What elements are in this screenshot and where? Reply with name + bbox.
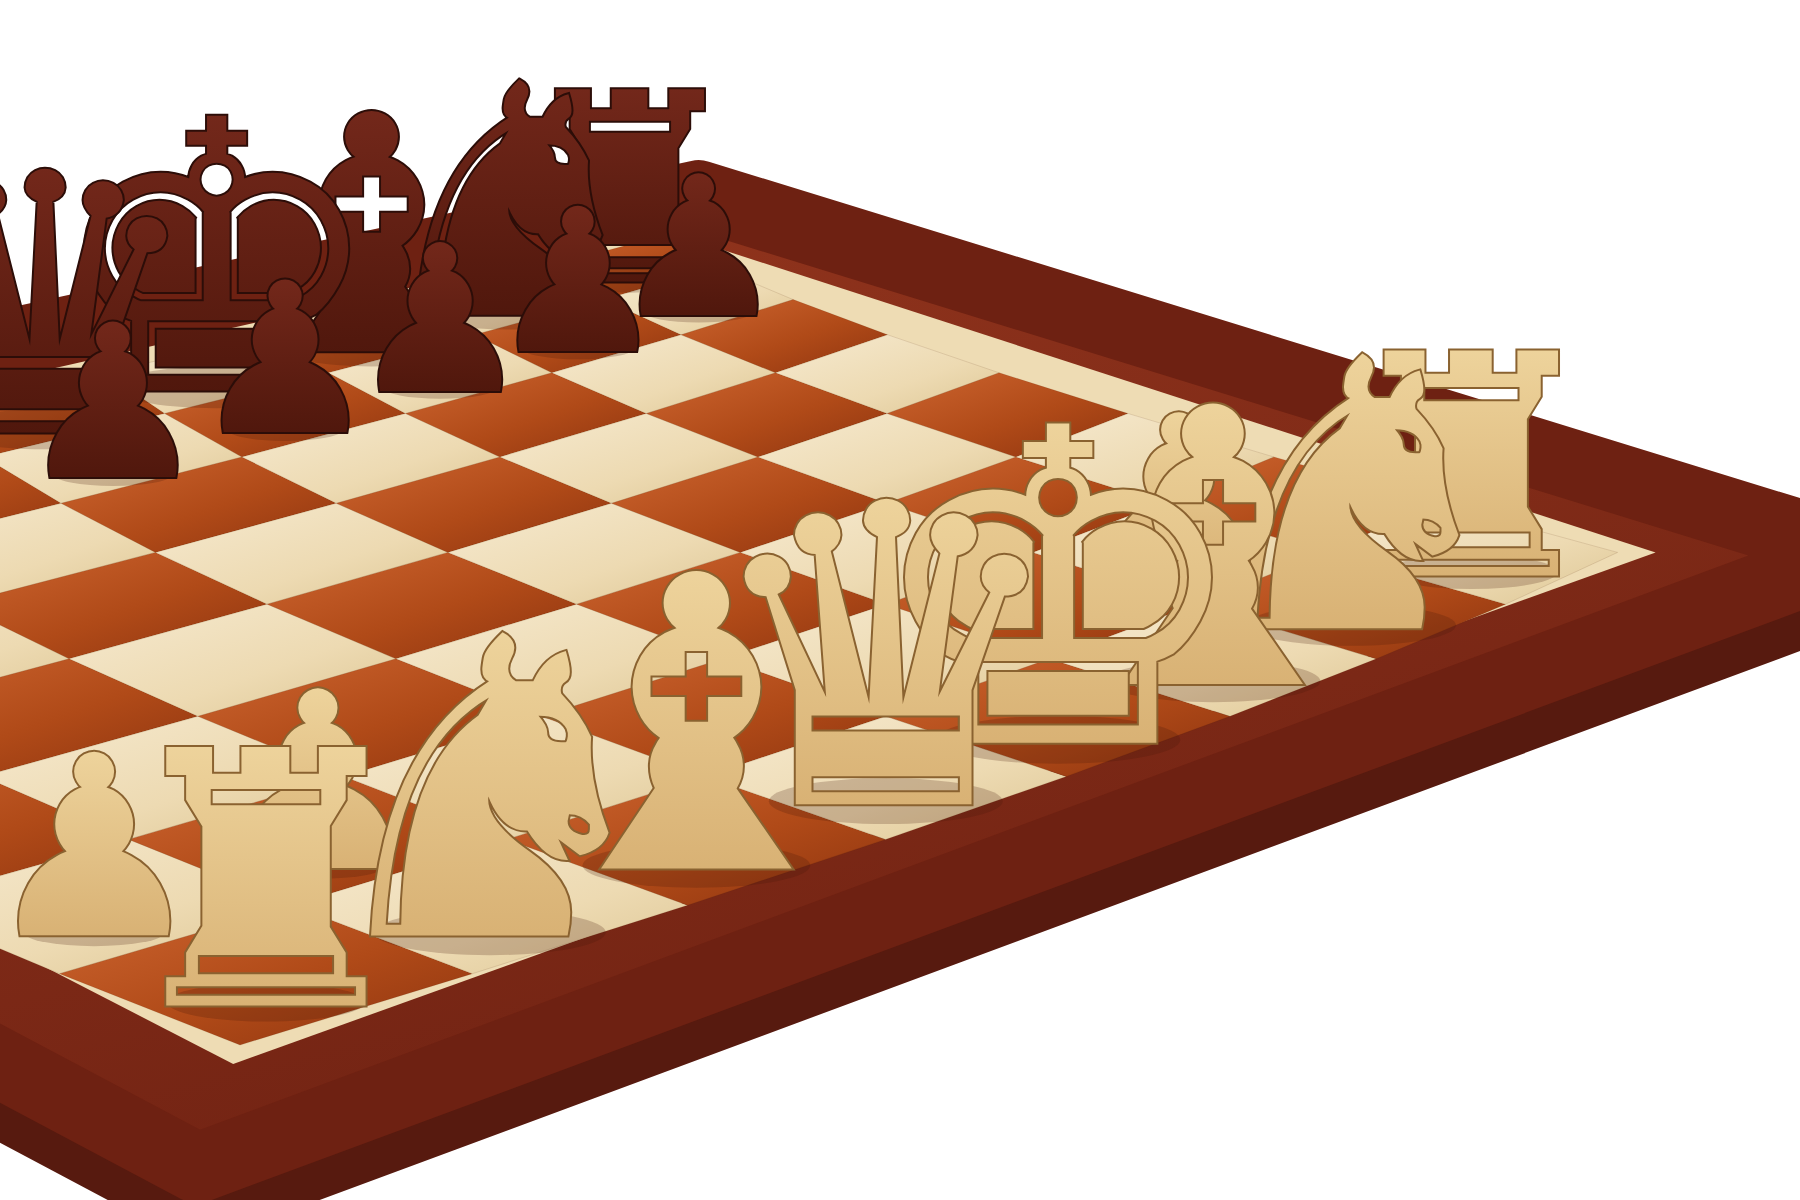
black-pawn-d7: ♟ (18, 279, 209, 527)
black-pawn-e7: ♟ (192, 238, 379, 481)
chess-set-photo: ♜♞♟♝♟♚♟♛♟♟♟♜♞♝♚♛♝♟♞♟♜ (0, 0, 1800, 1200)
white-rook-a1: ♜ (107, 676, 424, 1088)
chess-board: ♜♞♟♝♟♚♟♛♟♟♟♜♞♝♚♛♝♟♞♟♜ (0, 0, 1800, 1200)
